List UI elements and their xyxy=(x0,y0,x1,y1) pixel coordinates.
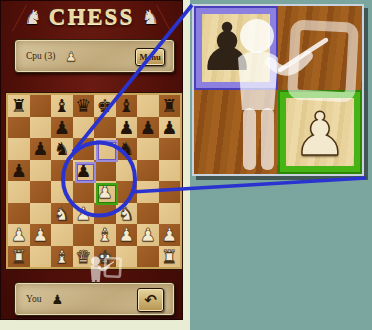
square-e8[interactable]: ♚ xyxy=(94,95,116,117)
inset-square-e5 xyxy=(278,6,362,90)
white-pawn: ♟ xyxy=(97,181,113,202)
square-f7[interactable]: ♟ xyxy=(116,117,138,139)
square-g3[interactable] xyxy=(137,203,159,225)
square-h7[interactable]: ♟ xyxy=(159,117,181,139)
white-pawn: ♟ xyxy=(161,224,177,245)
square-h6[interactable] xyxy=(159,138,181,160)
white-pawn: ♟ xyxy=(118,224,134,245)
white-bishop: ♝ xyxy=(97,224,113,245)
white-pawn: ♟ xyxy=(140,224,156,245)
square-d8[interactable]: ♛ xyxy=(73,95,95,117)
square-e5[interactable] xyxy=(94,160,116,182)
square-b4[interactable] xyxy=(30,181,52,203)
inset-square-d4 xyxy=(194,90,278,174)
square-e3[interactable] xyxy=(94,203,116,225)
square-d5[interactable]: ♟ xyxy=(73,160,95,182)
square-f8[interactable]: ♝ xyxy=(116,95,138,117)
black-pawn: ♟ xyxy=(11,160,27,181)
black-knight: ♞ xyxy=(118,138,134,159)
white-rook: ♜ xyxy=(11,246,27,267)
square-b7[interactable] xyxy=(30,117,52,139)
square-g8[interactable] xyxy=(137,95,159,117)
cpu-player-bar: Cpu (3) ♟ Menu xyxy=(14,39,175,73)
square-d6[interactable] xyxy=(73,138,95,160)
square-c6[interactable]: ♞ xyxy=(51,138,73,160)
square-a5[interactable]: ♟ xyxy=(8,160,30,182)
white-bishop: ♝ xyxy=(54,246,70,267)
square-g4[interactable] xyxy=(137,181,159,203)
inset-square-e4: ♟ xyxy=(278,90,362,174)
you-label: You xyxy=(26,294,41,304)
black-pawn: ♟ xyxy=(140,117,156,138)
square-d4[interactable] xyxy=(73,181,95,203)
square-e4[interactable]: ♟ xyxy=(94,181,116,203)
square-b6[interactable]: ♟ xyxy=(30,138,52,160)
you-captured-black-pawn-icon: ♟ xyxy=(51,293,63,306)
right-knight-icon: ♞ xyxy=(141,7,159,27)
square-b8[interactable] xyxy=(30,95,52,117)
black-pawn: ♟ xyxy=(54,117,70,138)
square-c1[interactable]: ♝ xyxy=(51,246,73,268)
square-g1[interactable] xyxy=(137,246,159,268)
black-pawn: ♟ xyxy=(118,117,134,138)
white-knight: ♞ xyxy=(118,203,134,224)
white-king: ♚ xyxy=(97,246,113,267)
black-pawn: ♟ xyxy=(32,138,48,159)
white-pawn: ♟ xyxy=(32,224,48,245)
cpu-label: Cpu (3) xyxy=(26,51,55,61)
square-a6[interactable] xyxy=(8,138,30,160)
square-e1[interactable]: ♚ xyxy=(94,246,116,268)
square-g5[interactable] xyxy=(137,160,159,182)
square-c7[interactable]: ♟ xyxy=(51,117,73,139)
square-a3[interactable] xyxy=(8,203,30,225)
square-h3[interactable] xyxy=(159,203,181,225)
inset-square-d5: ♟ xyxy=(194,6,278,90)
white-queen: ♛ xyxy=(75,246,91,267)
black-queen: ♛ xyxy=(75,95,91,116)
square-h1[interactable]: ♜ xyxy=(159,246,181,268)
cpu-captured-white-pawn-icon: ♟ xyxy=(65,50,77,63)
square-a2[interactable]: ♟ xyxy=(8,224,30,246)
square-e2[interactable]: ♝ xyxy=(94,224,116,246)
square-h4[interactable] xyxy=(159,181,181,203)
black-king: ♚ xyxy=(97,95,113,116)
black-bishop: ♝ xyxy=(54,95,70,116)
black-knight: ♞ xyxy=(54,138,70,159)
app-title: CHESS xyxy=(49,4,134,30)
black-bishop: ♝ xyxy=(118,95,134,116)
square-f2[interactable]: ♟ xyxy=(116,224,138,246)
square-g2[interactable]: ♟ xyxy=(137,224,159,246)
undo-button[interactable]: ↶ xyxy=(137,288,164,312)
white-pawn-large: ♟ xyxy=(278,90,362,174)
square-a8[interactable]: ♜ xyxy=(8,95,30,117)
chess-board[interactable]: ♜♝♛♚♝♜♟♟♟♟♟♞♞♟♟♟♞♟♞♟♟♝♟♟♟♜♝♛♚♜ xyxy=(8,95,180,267)
left-knight-icon: ♞ xyxy=(24,7,42,27)
square-a4[interactable] xyxy=(8,181,30,203)
square-h8[interactable]: ♜ xyxy=(159,95,181,117)
title-bar: ♞ CHESS ♞ xyxy=(1,1,182,33)
square-h2[interactable]: ♟ xyxy=(159,224,181,246)
board-frame: ♜♝♛♚♝♜♟♟♟♟♟♞♞♟♟♟♞♟♞♟♟♝♟♟♟♜♝♛♚♜ xyxy=(6,93,182,269)
square-c2[interactable] xyxy=(51,224,73,246)
white-rook: ♜ xyxy=(161,246,177,267)
square-g6[interactable] xyxy=(137,138,159,160)
magnified-inset-panel: ♟ ♟ xyxy=(192,4,364,176)
square-e6[interactable] xyxy=(94,138,116,160)
square-b1[interactable] xyxy=(30,246,52,268)
square-d7[interactable] xyxy=(73,117,95,139)
square-c8[interactable]: ♝ xyxy=(51,95,73,117)
square-d3[interactable]: ♟ xyxy=(73,203,95,225)
white-knight: ♞ xyxy=(54,203,70,224)
square-c3[interactable]: ♞ xyxy=(51,203,73,225)
square-a7[interactable] xyxy=(8,117,30,139)
square-f4[interactable] xyxy=(116,181,138,203)
square-f3[interactable]: ♞ xyxy=(116,203,138,225)
black-rook: ♜ xyxy=(11,95,27,116)
square-c4[interactable] xyxy=(51,181,73,203)
square-e7[interactable] xyxy=(94,117,116,139)
square-g7[interactable]: ♟ xyxy=(137,117,159,139)
black-pawn-large: ♟ xyxy=(194,6,269,90)
square-b5[interactable] xyxy=(30,160,52,182)
square-b3[interactable] xyxy=(30,203,52,225)
inset-grid: ♟ ♟ xyxy=(194,6,362,174)
square-b2[interactable]: ♟ xyxy=(30,224,52,246)
square-d1[interactable]: ♛ xyxy=(73,246,95,268)
white-pawn: ♟ xyxy=(11,224,27,245)
square-f5[interactable] xyxy=(116,160,138,182)
white-pawn: ♟ xyxy=(75,203,91,224)
square-c5[interactable] xyxy=(51,160,73,182)
menu-button[interactable]: Menu xyxy=(135,48,165,66)
square-h5[interactable] xyxy=(159,160,181,182)
black-pawn: ♟ xyxy=(161,117,177,138)
square-f1[interactable] xyxy=(116,246,138,268)
screenshot-canvas: ♞ CHESS ♞ Cpu (3) ♟ Menu ♜♝♛♚♝♜♟♟♟♟♟♞♞♟♟… xyxy=(0,0,372,330)
black-pawn: ♟ xyxy=(75,160,91,181)
black-rook: ♜ xyxy=(161,95,177,116)
square-a1[interactable]: ♜ xyxy=(8,246,30,268)
square-d2[interactable] xyxy=(73,224,95,246)
phone-screenshot: ♞ CHESS ♞ Cpu (3) ♟ Menu ♜♝♛♚♝♜♟♟♟♟♟♞♞♟♟… xyxy=(0,0,183,320)
square-f6[interactable]: ♞ xyxy=(116,138,138,160)
you-player-bar: You ♟ ↶ xyxy=(14,282,175,316)
